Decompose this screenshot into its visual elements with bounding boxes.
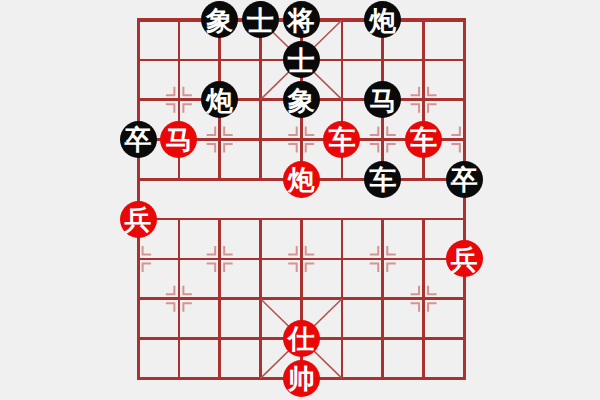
piece-red-general[interactable]: 帅 bbox=[283, 360, 320, 397]
piece-red-soldier[interactable]: 兵 bbox=[446, 240, 483, 277]
piece-black-elephant[interactable]: 象 bbox=[283, 81, 320, 118]
xiangqi-diagram: 象士将炮士炮象马卒马车车炮车卒兵兵仕帅 bbox=[0, 0, 600, 400]
piece-red-horse[interactable]: 马 bbox=[160, 121, 197, 158]
piece-black-general[interactable]: 将 bbox=[283, 1, 320, 38]
piece-black-horse[interactable]: 马 bbox=[364, 81, 401, 118]
piece-black-soldier[interactable]: 卒 bbox=[120, 121, 157, 158]
piece-layer: 象士将炮士炮象马卒马车车炮车卒兵兵仕帅 bbox=[118, 0, 485, 398]
piece-black-cannon[interactable]: 炮 bbox=[201, 81, 238, 118]
piece-black-advisor[interactable]: 士 bbox=[283, 41, 320, 78]
piece-red-advisor[interactable]: 仕 bbox=[283, 320, 320, 357]
piece-red-cannon[interactable]: 炮 bbox=[283, 161, 320, 198]
piece-black-soldier[interactable]: 卒 bbox=[446, 161, 483, 198]
piece-red-chariot[interactable]: 车 bbox=[405, 121, 442, 158]
piece-black-elephant[interactable]: 象 bbox=[201, 1, 238, 38]
piece-red-chariot[interactable]: 车 bbox=[323, 121, 360, 158]
piece-black-advisor[interactable]: 士 bbox=[242, 1, 279, 38]
piece-black-chariot[interactable]: 车 bbox=[364, 161, 401, 198]
piece-black-cannon[interactable]: 炮 bbox=[364, 1, 401, 38]
piece-red-soldier[interactable]: 兵 bbox=[120, 201, 157, 238]
